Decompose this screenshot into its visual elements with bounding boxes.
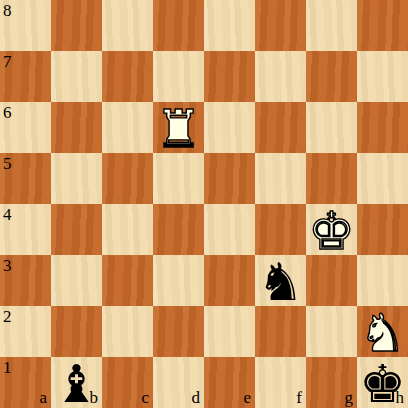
square-h1[interactable]: h♚ [357,357,408,408]
square-a6[interactable]: 6 [0,102,51,153]
square-e5[interactable] [204,153,255,204]
square-d1[interactable]: d [153,357,204,408]
square-f3[interactable]: ♞ [255,255,306,306]
square-f2[interactable] [255,306,306,357]
square-e2[interactable] [204,306,255,357]
square-b5[interactable] [51,153,102,204]
square-a4[interactable]: 4 [0,204,51,255]
square-d2[interactable] [153,306,204,357]
square-d3[interactable] [153,255,204,306]
square-e4[interactable] [204,204,255,255]
square-a8[interactable]: 8 [0,0,51,51]
rank-label-6: 6 [3,104,12,121]
square-c6[interactable] [102,102,153,153]
square-e8[interactable] [204,0,255,51]
square-b1[interactable]: b♝ [51,357,102,408]
square-g1[interactable]: g [306,357,357,408]
rank-label-1: 1 [3,359,12,376]
file-label-g: g [345,389,354,406]
square-b6[interactable] [51,102,102,153]
square-h3[interactable] [357,255,408,306]
square-a7[interactable]: 7 [0,51,51,102]
square-b2[interactable] [51,306,102,357]
chess-board-diagram: 876♜54♚3♞2♞1ab♝cdefgh♚ [0,0,408,408]
square-d7[interactable] [153,51,204,102]
square-f8[interactable] [255,0,306,51]
square-c3[interactable] [102,255,153,306]
square-f5[interactable] [255,153,306,204]
square-g7[interactable] [306,51,357,102]
square-h7[interactable] [357,51,408,102]
black-knight[interactable]: ♞ [255,256,306,307]
square-a1[interactable]: 1a [0,357,51,408]
square-g6[interactable] [306,102,357,153]
square-c7[interactable] [102,51,153,102]
white-knight[interactable]: ♞ [357,307,408,358]
square-b3[interactable] [51,255,102,306]
square-h4[interactable] [357,204,408,255]
black-king[interactable]: ♚ [357,358,408,408]
square-h5[interactable] [357,153,408,204]
chess-board: 876♜54♚3♞2♞1ab♝cdefgh♚ [0,0,408,408]
square-h8[interactable] [357,0,408,51]
square-a3[interactable]: 3 [0,255,51,306]
file-label-d: d [192,389,201,406]
square-b4[interactable] [51,204,102,255]
rank-label-5: 5 [3,155,12,172]
file-label-e: e [243,389,251,406]
square-f7[interactable] [255,51,306,102]
rank-label-7: 7 [3,53,12,70]
square-e1[interactable]: e [204,357,255,408]
rank-label-8: 8 [3,2,12,19]
square-b7[interactable] [51,51,102,102]
file-label-a: a [39,389,47,406]
square-g4[interactable]: ♚ [306,204,357,255]
square-d6[interactable]: ♜ [153,102,204,153]
square-d5[interactable] [153,153,204,204]
square-h2[interactable]: ♞ [357,306,408,357]
square-c8[interactable] [102,0,153,51]
white-king[interactable]: ♚ [306,205,357,256]
square-a2[interactable]: 2 [0,306,51,357]
square-e7[interactable] [204,51,255,102]
rank-label-4: 4 [3,206,12,223]
square-c1[interactable]: c [102,357,153,408]
square-d4[interactable] [153,204,204,255]
rank-label-3: 3 [3,257,12,274]
square-h6[interactable] [357,102,408,153]
square-g5[interactable] [306,153,357,204]
black-bishop[interactable]: ♝ [51,358,102,408]
square-f6[interactable] [255,102,306,153]
square-c5[interactable] [102,153,153,204]
square-a5[interactable]: 5 [0,153,51,204]
file-label-f: f [296,389,302,406]
rank-label-2: 2 [3,308,12,325]
square-f1[interactable]: f [255,357,306,408]
square-g8[interactable] [306,0,357,51]
square-g2[interactable] [306,306,357,357]
file-label-c: c [141,389,149,406]
square-d8[interactable] [153,0,204,51]
white-rook[interactable]: ♜ [153,103,204,154]
square-c4[interactable] [102,204,153,255]
square-f4[interactable] [255,204,306,255]
square-e6[interactable] [204,102,255,153]
square-b8[interactable] [51,0,102,51]
square-g3[interactable] [306,255,357,306]
square-e3[interactable] [204,255,255,306]
square-c2[interactable] [102,306,153,357]
